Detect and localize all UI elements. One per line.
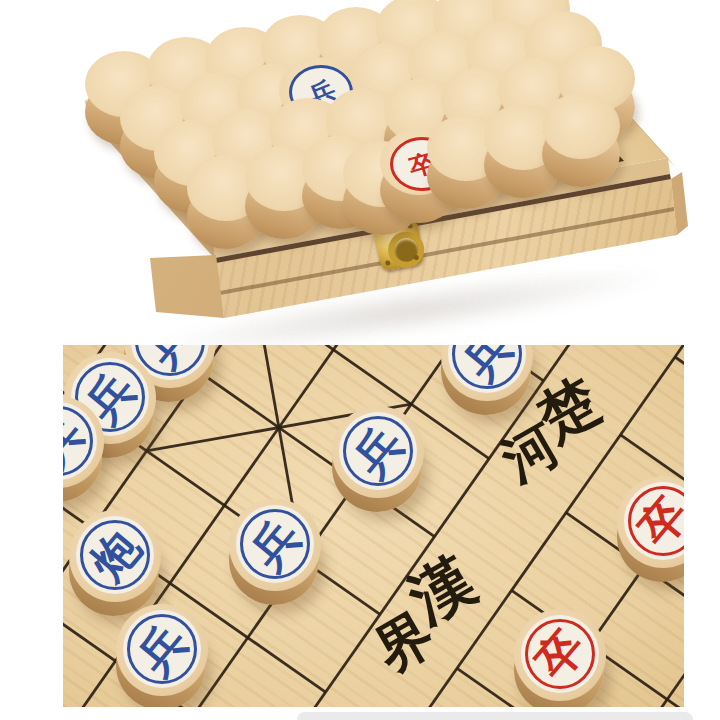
piece-soldier-red: 卒 — [514, 609, 606, 707]
piece-soldier-blue: 兵 — [63, 396, 104, 506]
product-photo-page: 楚 — [0, 0, 720, 720]
piece-character: 卒 — [631, 489, 684, 554]
piece-soldier-blue: 兵 — [332, 406, 424, 516]
piece-face-down — [542, 93, 620, 191]
piece-character: 兵 — [63, 409, 90, 474]
next-photo-edge — [297, 712, 693, 720]
piece-soldier-blue: 兵 — [116, 604, 208, 707]
closed-box-photo: 楚 — [0, 0, 720, 340]
piece-character: 兵 — [346, 419, 411, 484]
piece-character: 兵 — [130, 617, 195, 682]
piece-soldier-blue: 兵 — [441, 345, 533, 419]
piece-character: 兵 — [455, 345, 520, 386]
piece-soldier-red: 卒 — [617, 476, 684, 586]
piece-character: 卒 — [528, 622, 593, 687]
piece-character: 兵 — [243, 512, 308, 577]
board-closeup-photo: 楚 河 漢 界 兵 兵 兵 兵 兵 兵 炮 — [63, 345, 684, 707]
piece-character: 炮 — [83, 523, 148, 588]
piece-soldier-blue: 兵 — [229, 499, 321, 609]
